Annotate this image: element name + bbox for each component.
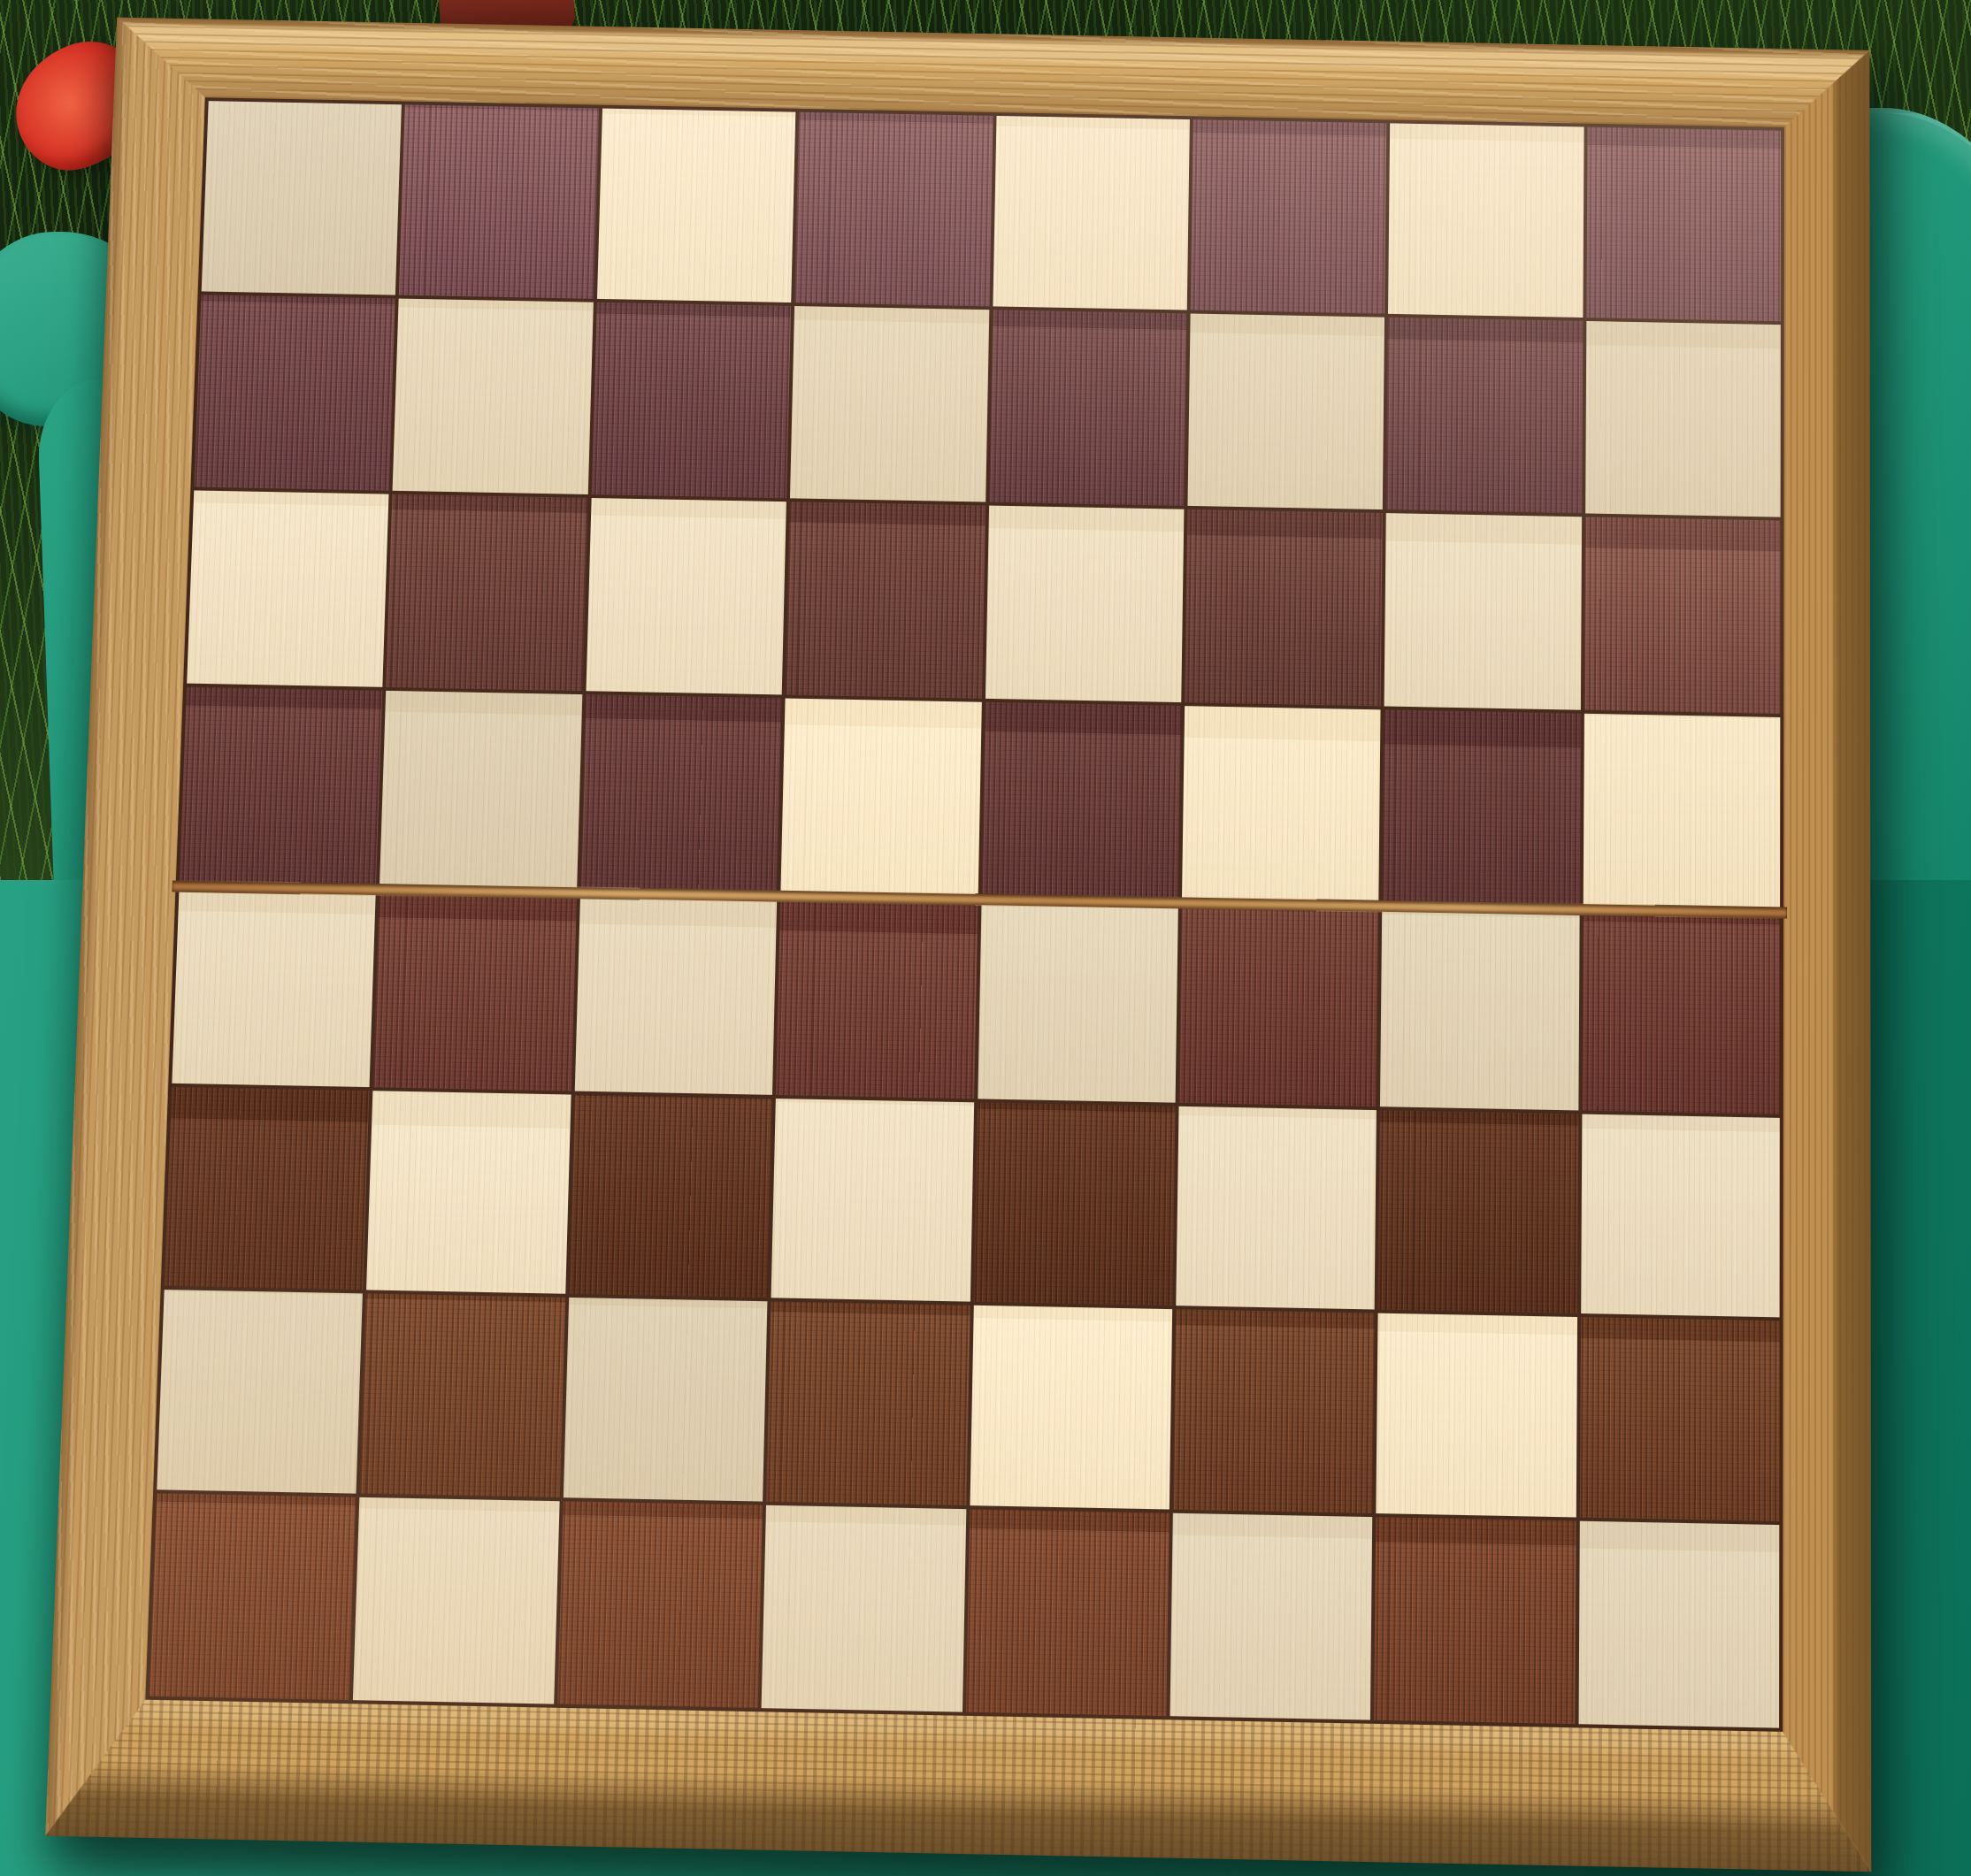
- square-c6: [586, 498, 786, 695]
- square-c2: [564, 1297, 768, 1501]
- square-h3: [1581, 1114, 1780, 1317]
- square-a2: [157, 1290, 363, 1494]
- square-a1: [150, 1494, 357, 1700]
- chess-board: [45, 18, 1871, 1872]
- square-c7: [592, 302, 792, 498]
- square-c5: [580, 694, 782, 893]
- square-f7: [1187, 313, 1384, 509]
- square-e5: [981, 702, 1181, 901]
- square-e1: [966, 1509, 1170, 1716]
- square-c8: [597, 109, 796, 302]
- square-g6: [1384, 513, 1582, 710]
- square-d6: [786, 502, 986, 699]
- square-c1: [557, 1502, 763, 1709]
- square-d8: [794, 112, 993, 306]
- square-g5: [1383, 710, 1581, 909]
- square-e3: [973, 1102, 1175, 1305]
- square-g3: [1378, 1110, 1578, 1313]
- square-d2: [766, 1301, 970, 1505]
- board-frame-right-rail: [1783, 49, 1871, 1872]
- square-a7: [194, 295, 395, 490]
- square-g8: [1388, 123, 1584, 317]
- square-h2: [1579, 1317, 1779, 1522]
- square-b8: [399, 104, 599, 298]
- square-d1: [762, 1505, 966, 1712]
- square-e7: [989, 310, 1187, 505]
- square-d4: [776, 898, 978, 1099]
- square-g7: [1386, 317, 1583, 512]
- square-a8: [202, 101, 403, 295]
- square-e2: [970, 1305, 1172, 1509]
- square-h4: [1582, 913, 1780, 1114]
- board-squares: [145, 97, 1784, 1732]
- outdoor-chessboard-photo: [0, 0, 1971, 1876]
- square-g4: [1380, 909, 1579, 1110]
- square-f4: [1178, 905, 1378, 1106]
- square-b1: [353, 1497, 559, 1704]
- square-h8: [1586, 127, 1781, 321]
- square-b6: [387, 494, 588, 691]
- square-g2: [1377, 1313, 1577, 1518]
- square-e4: [978, 901, 1178, 1102]
- square-c3: [569, 1094, 772, 1297]
- square-c4: [575, 893, 778, 1094]
- square-g1: [1374, 1517, 1576, 1724]
- square-d7: [790, 306, 989, 502]
- square-f3: [1176, 1106, 1377, 1309]
- square-a6: [187, 490, 389, 687]
- square-e6: [985, 505, 1184, 702]
- square-b4: [373, 890, 577, 1091]
- square-b3: [366, 1091, 571, 1293]
- square-a3: [165, 1087, 370, 1290]
- square-d3: [771, 1099, 974, 1301]
- square-b7: [393, 298, 594, 494]
- square-b5: [380, 691, 582, 890]
- square-f2: [1173, 1309, 1375, 1514]
- square-f6: [1185, 509, 1383, 706]
- square-h6: [1584, 517, 1781, 714]
- square-b2: [360, 1293, 565, 1497]
- square-f8: [1191, 119, 1387, 313]
- square-a5: [180, 687, 383, 886]
- square-h5: [1583, 714, 1780, 913]
- square-e8: [993, 116, 1190, 310]
- square-h7: [1585, 321, 1781, 517]
- square-d5: [780, 699, 981, 898]
- square-f5: [1182, 706, 1381, 905]
- square-h1: [1578, 1521, 1779, 1728]
- square-a4: [172, 886, 376, 1087]
- square-f1: [1170, 1513, 1372, 1720]
